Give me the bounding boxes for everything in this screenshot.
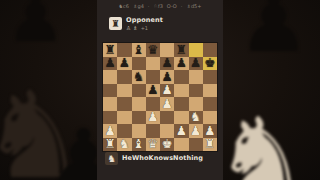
opponent-avatar-piece-icon: ♜ — [111, 19, 120, 29]
square-c7[interactable] — [132, 57, 146, 71]
move-token[interactable]: ♗g4 — [133, 2, 144, 10]
square-b3[interactable] — [117, 111, 131, 125]
square-c2[interactable] — [132, 124, 146, 138]
square-h8[interactable] — [203, 43, 217, 57]
square-d3[interactable]: ♟ — [146, 111, 160, 125]
player-avatar-piece-icon: ♞ — [107, 154, 116, 164]
square-c1[interactable]: ♝ — [132, 138, 146, 152]
square-f6[interactable] — [174, 70, 188, 84]
captured-pieces-icons: ♙ ♗ — [126, 25, 138, 31]
white-rook-a1[interactable]: ♜ — [105, 138, 116, 151]
square-e4[interactable]: ♟ — [160, 97, 174, 111]
square-b8[interactable] — [117, 43, 131, 57]
square-b2[interactable] — [117, 124, 131, 138]
square-b5[interactable] — [117, 84, 131, 98]
square-c3[interactable] — [132, 111, 146, 125]
square-g6[interactable] — [189, 70, 203, 84]
white-rook-h1[interactable]: ♜ — [204, 138, 215, 151]
square-f3[interactable] — [174, 111, 188, 125]
white-queen-d1[interactable]: ♛ — [147, 138, 158, 151]
material-score: +1 — [141, 25, 148, 31]
white-pawn-e4[interactable]: ♟ — [162, 97, 173, 110]
square-d4[interactable] — [146, 97, 160, 111]
square-e1[interactable]: ♚ — [160, 138, 174, 152]
white-knight-b1[interactable]: ♞ — [119, 138, 130, 151]
backdrop-knight-bottom-right-icon: ♞ — [214, 104, 309, 180]
square-a2[interactable]: ♟ — [103, 124, 117, 138]
opponent-captured-tray: ♙ ♗+1 — [126, 25, 163, 31]
square-h1[interactable]: ♜ — [203, 138, 217, 152]
square-f2[interactable]: ♟ — [174, 124, 188, 138]
square-g8[interactable] — [189, 43, 203, 57]
white-pawn-f2[interactable]: ♟ — [176, 124, 187, 137]
opponent-name: Opponent — [126, 17, 163, 24]
square-e8[interactable] — [160, 43, 174, 57]
square-g5[interactable] — [189, 84, 203, 98]
square-e3[interactable] — [160, 111, 174, 125]
opponent-row: ♜ Opponent ♙ ♗+1 — [109, 17, 163, 31]
square-b4[interactable] — [117, 97, 131, 111]
white-pawn-d3[interactable]: ♟ — [147, 111, 158, 124]
square-g3[interactable]: ♞ — [189, 111, 203, 125]
white-knight-g3[interactable]: ♞ — [190, 111, 201, 124]
square-b7[interactable]: ♟ — [117, 57, 131, 71]
square-a7[interactable]: ♟ — [103, 57, 117, 71]
square-a5[interactable] — [103, 84, 117, 98]
white-bishop-c1[interactable]: ♝ — [133, 138, 144, 151]
square-e2[interactable] — [160, 124, 174, 138]
square-a3[interactable] — [103, 111, 117, 125]
square-d8[interactable]: ♛ — [146, 43, 160, 57]
move-token[interactable]: ♞c6 — [119, 2, 129, 10]
backdrop-pawn-top-right-icon: ♟ — [238, 0, 310, 64]
black-pawn-g7[interactable]: ♟ — [190, 57, 201, 70]
move-token[interactable]: · — [181, 2, 183, 10]
square-g7[interactable]: ♟ — [189, 57, 203, 71]
square-a1[interactable]: ♜ — [103, 138, 117, 152]
square-f5[interactable] — [174, 84, 188, 98]
square-b6[interactable] — [117, 70, 131, 84]
square-a8[interactable]: ♜ — [103, 43, 117, 57]
square-d6[interactable] — [146, 70, 160, 84]
white-pawn-g2[interactable]: ♟ — [190, 124, 201, 137]
square-d2[interactable] — [146, 124, 160, 138]
chess-board[interactable]: ♜♝♛♜♟♟♟♟♟♚♞♟♟♟♟♟♞♟♟♟♟♜♞♝♛♚♜ — [103, 43, 217, 151]
black-rook-f8[interactable]: ♜ — [176, 43, 187, 56]
square-c5[interactable] — [132, 84, 146, 98]
white-pawn-h2[interactable]: ♟ — [204, 124, 215, 137]
black-pawn-f7[interactable]: ♟ — [176, 57, 187, 70]
black-queen-d8[interactable]: ♛ — [147, 43, 158, 56]
square-c6[interactable]: ♞ — [132, 70, 146, 84]
black-bishop-c8[interactable]: ♝ — [133, 43, 144, 56]
square-a4[interactable] — [103, 97, 117, 111]
move-token[interactable]: · — [148, 2, 150, 10]
square-h7[interactable]: ♚ — [203, 57, 217, 71]
move-list-bar[interactable]: ♞c6♗g4·♘f3O-O·♗d5+ — [99, 2, 221, 10]
square-d5[interactable]: ♟ — [146, 84, 160, 98]
square-b1[interactable]: ♞ — [117, 138, 131, 152]
white-pawn-e5[interactable]: ♟ — [162, 84, 173, 97]
square-h6[interactable] — [203, 70, 217, 84]
square-f1[interactable] — [174, 138, 188, 152]
square-f8[interactable]: ♜ — [174, 43, 188, 57]
video-frame: ♟ ♞ ♟ ♟ ♞ ♞c6♗g4·♘f3O-O·♗d5+ ♜ Opponent … — [0, 0, 320, 180]
square-g1[interactable] — [189, 138, 203, 152]
white-pawn-a2[interactable]: ♟ — [105, 124, 116, 137]
black-king-h7[interactable]: ♚ — [204, 57, 215, 70]
square-g2[interactable]: ♟ — [189, 124, 203, 138]
black-pawn-b7[interactable]: ♟ — [119, 57, 130, 70]
black-pawn-e6[interactable]: ♟ — [162, 70, 173, 83]
opponent-avatar: ♜ — [109, 17, 122, 30]
backdrop-pawn-top-left-icon: ♟ — [6, 0, 65, 52]
black-rook-a8[interactable]: ♜ — [105, 43, 116, 56]
player-row: ♞ HeWhoKnowsNothing — [105, 152, 203, 165]
square-f7[interactable]: ♟ — [174, 57, 188, 71]
square-h5[interactable] — [203, 84, 217, 98]
square-f4[interactable] — [174, 97, 188, 111]
move-token[interactable]: ♘f3 — [153, 2, 162, 10]
square-c4[interactable] — [132, 97, 146, 111]
black-pawn-e7[interactable]: ♟ — [162, 57, 173, 70]
white-king-e1[interactable]: ♚ — [162, 138, 173, 151]
square-e5[interactable]: ♟ — [160, 84, 174, 98]
black-pawn-a7[interactable]: ♟ — [105, 57, 116, 70]
square-c8[interactable]: ♝ — [132, 43, 146, 57]
player-name: HeWhoKnowsNothing — [122, 155, 203, 162]
move-token[interactable]: O-O — [167, 2, 177, 10]
square-d7[interactable] — [146, 57, 160, 71]
square-h3[interactable] — [203, 111, 217, 125]
square-g4[interactable] — [189, 97, 203, 111]
black-knight-c6[interactable]: ♞ — [133, 70, 144, 83]
square-h2[interactable]: ♟ — [203, 124, 217, 138]
square-h4[interactable] — [203, 97, 217, 111]
move-token[interactable]: ♗d5+ — [186, 2, 201, 10]
black-pawn-d5[interactable]: ♟ — [147, 84, 158, 97]
square-a6[interactable] — [103, 70, 117, 84]
square-e6[interactable]: ♟ — [160, 70, 174, 84]
square-e7[interactable]: ♟ — [160, 57, 174, 71]
chess-app-panel: ♞c6♗g4·♘f3O-O·♗d5+ ♜ Opponent ♙ ♗+1 ♜♝♛♜… — [97, 0, 223, 180]
square-d1[interactable]: ♛ — [146, 138, 160, 152]
player-avatar: ♞ — [105, 152, 118, 165]
